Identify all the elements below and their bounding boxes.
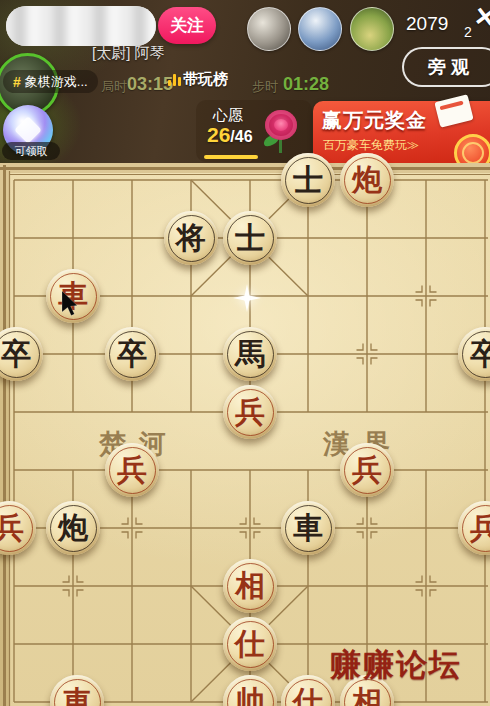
viewer-avatar-2[interactable]	[298, 7, 342, 51]
piece-車-f5r6[interactable]: 車	[281, 501, 335, 555]
streamer-name-tag: [太尉] 阿琴	[92, 44, 165, 63]
piece-炮-f6r0[interactable]: 炮	[340, 153, 394, 207]
corner-count: 2	[464, 24, 472, 40]
piece-character: 仕	[235, 629, 265, 659]
piece-character: 兵	[352, 455, 382, 485]
viewer-avatar-1[interactable]	[247, 7, 291, 51]
hashtag-pill[interactable]: # 象棋游戏...	[3, 70, 98, 93]
piece-相-f4r7[interactable]: 相	[223, 559, 277, 613]
piece-character: 兵	[0, 513, 24, 543]
wish-progress: 26/46	[207, 123, 253, 147]
piece-士-f5r0[interactable]: 士	[281, 153, 335, 207]
piece-character: 車	[293, 513, 323, 543]
close-icon[interactable]: ✕	[472, 1, 490, 35]
wish-current: 26	[207, 123, 230, 146]
rose-bloom	[265, 110, 297, 140]
piece-character: 炮	[58, 513, 88, 543]
follow-button[interactable]: 关注	[158, 7, 216, 44]
wish-progress-bar	[204, 155, 258, 159]
piece-character: 卒	[117, 339, 147, 369]
piece-character: 士	[293, 165, 323, 195]
piece-character: 車	[62, 687, 92, 706]
piece-兵-f6r5[interactable]: 兵	[340, 443, 394, 497]
wish-total: /46	[230, 128, 252, 145]
game-time-label: 局时	[101, 78, 127, 96]
play-rank-badge[interactable]: 带玩榜	[168, 70, 228, 89]
gem-icon	[14, 116, 42, 144]
prize-banner[interactable]: 赢万元奖金 百万豪车免费玩≫	[313, 101, 490, 163]
blur-mosaic	[6, 6, 156, 46]
piece-character: 兵	[235, 397, 265, 427]
piece-character: 卒	[470, 339, 490, 369]
rank-badge-label: 带玩榜	[183, 70, 228, 89]
prize-headline: 赢万元奖金	[322, 107, 427, 134]
blurred-user-pill[interactable]	[6, 6, 156, 46]
piece-character: 兵	[470, 513, 490, 543]
piece-仕-f4r8[interactable]: 仕	[223, 617, 277, 671]
live-stream-xiangqi-screen: 关注 2079 2 ✕ [太尉] 阿琴 # 象棋游戏... 局时 03:15 带…	[0, 0, 490, 706]
viewer-count: 2079	[406, 13, 448, 35]
piece-将-f3r1[interactable]: 将	[164, 211, 218, 265]
piece-兵-f2r5[interactable]: 兵	[105, 443, 159, 497]
hash-icon: #	[13, 74, 21, 90]
piece-馬-f4r3[interactable]: 馬	[223, 327, 277, 381]
piece-character: 兵	[117, 455, 147, 485]
rose-icon	[262, 108, 300, 154]
move-time-label: 步时	[252, 78, 278, 96]
piece-character: 将	[176, 223, 206, 253]
prize-subline: 百万豪车免费玩≫	[323, 137, 419, 154]
piece-character: 馬	[235, 339, 265, 369]
chart-bars-icon	[168, 73, 181, 86]
hashtag-label: 象棋游戏...	[25, 73, 88, 91]
piece-character: 炮	[352, 165, 382, 195]
piece-character: 士	[235, 223, 265, 253]
spectate-button[interactable]: 旁观	[402, 47, 490, 87]
mouse-cursor	[61, 291, 83, 319]
piece-炮-f1r6[interactable]: 炮	[46, 501, 100, 555]
piece-士-f4r1[interactable]: 士	[223, 211, 277, 265]
forum-watermark: 赚赚论坛	[330, 644, 462, 686]
piece-character: 帅	[235, 687, 265, 706]
wish-panel[interactable]: 心愿 26/46	[196, 100, 312, 162]
piece-character: 相	[352, 687, 382, 706]
viewer-avatar-3[interactable]	[350, 7, 394, 51]
piece-character: 卒	[1, 339, 31, 369]
sparkle-effect	[233, 284, 261, 312]
piece-character: 相	[235, 571, 265, 601]
piece-卒-f2r3[interactable]: 卒	[105, 327, 159, 381]
rose-stem	[279, 138, 282, 153]
piece-character: 仕	[293, 687, 323, 706]
move-time-value: 01:28	[283, 74, 329, 95]
piece-兵-f4r4[interactable]: 兵	[223, 385, 277, 439]
claim-label[interactable]: 可领取	[2, 142, 60, 160]
game-time-value: 03:15	[127, 74, 173, 95]
